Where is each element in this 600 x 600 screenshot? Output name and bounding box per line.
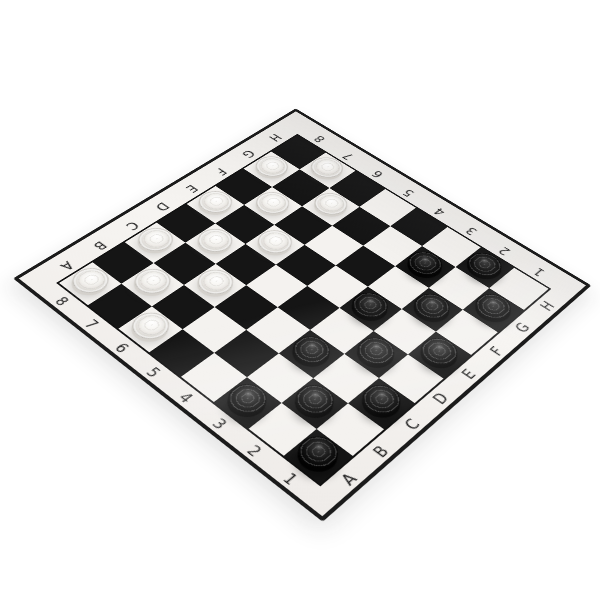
coord-glyph: G (514, 322, 533, 336)
coord-glyph: H (539, 300, 558, 313)
coord-glyph: E (461, 368, 480, 382)
coord-glyph: 6 (112, 342, 131, 355)
coord-glyph: 8 (313, 134, 328, 143)
coord-glyph: C (122, 219, 139, 231)
coord-glyph: 6 (371, 169, 386, 179)
coord-glyph: 7 (82, 318, 101, 331)
coord-glyph: F (213, 166, 228, 176)
coord-glyph: G (239, 149, 256, 160)
coord-glyph: 8 (52, 295, 70, 308)
coord-glyph: F (488, 345, 506, 358)
coord-glyph: B (371, 444, 391, 460)
coord-glyph: 1 (280, 471, 300, 487)
coord-glyph: 7 (342, 151, 357, 161)
playing-field (56, 134, 551, 487)
coord-glyph: A (57, 259, 75, 271)
coord-glyph: 3 (465, 225, 481, 236)
coord-glyph: H (266, 132, 283, 142)
coord-glyph: 2 (244, 444, 264, 460)
checkers-board-mat: HGFEDCBA 87654321 HGFEDCBA 87654321 (13, 108, 591, 521)
coord-glyph: E (183, 183, 199, 193)
coord-glyph: 3 (209, 417, 228, 432)
coord-glyph: A (339, 471, 360, 488)
coord-glyph: C (402, 417, 422, 432)
coord-glyph: 1 (532, 265, 548, 277)
coord-glyph: D (432, 392, 452, 407)
coord-glyph: B (90, 239, 108, 251)
coord-glyph: 2 (498, 245, 514, 256)
coord-glyph: D (153, 201, 171, 213)
coord-glyph: 5 (143, 366, 162, 380)
coord-glyph: 5 (401, 187, 416, 197)
coord-glyph: 4 (433, 206, 449, 217)
coord-glyph: 4 (176, 391, 195, 405)
product-photo-scene: HGFEDCBA 87654321 HGFEDCBA 87654321 (0, 0, 600, 600)
